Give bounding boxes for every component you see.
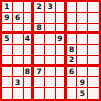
- sudoku-cell-r2c7[interactable]: [67, 13, 78, 24]
- cell-digit: 9: [57, 35, 62, 43]
- cell-digit: 5: [80, 90, 85, 98]
- sudoku-cell-r7c6[interactable]: [56, 67, 67, 78]
- sudoku-cell-r5c6[interactable]: [56, 45, 67, 56]
- sudoku-cell-r3c9[interactable]: [88, 24, 99, 35]
- cell-digit: 2: [69, 56, 74, 64]
- sudoku-cell-r2c5[interactable]: [45, 13, 56, 24]
- sudoku-cell-r1c8[interactable]: [77, 2, 88, 13]
- sudoku-cell-r4c3[interactable]: 4: [24, 34, 35, 45]
- sudoku-cell-r6c5[interactable]: [45, 56, 56, 67]
- sudoku-cell-r7c9[interactable]: [88, 67, 99, 78]
- sudoku-cell-r5c8[interactable]: [77, 45, 88, 56]
- sudoku-cell-r6c1[interactable]: [2, 56, 13, 67]
- sudoku-cell-r6c7[interactable]: 2: [67, 56, 78, 67]
- cell-digit: 2: [37, 3, 42, 11]
- sudoku-cell-r5c2[interactable]: [13, 45, 24, 56]
- cell-digit: 6: [15, 14, 20, 22]
- sudoku-cell-r7c7[interactable]: 6: [67, 67, 78, 78]
- sudoku-cell-r5c4[interactable]: [34, 45, 45, 56]
- sudoku-cell-r5c3[interactable]: [24, 45, 35, 56]
- sudoku-cell-r2c4[interactable]: [34, 13, 45, 24]
- sudoku-cell-r8c6[interactable]: [56, 77, 67, 88]
- sudoku-cell-r3c8[interactable]: [77, 24, 88, 35]
- sudoku-cell-r1c6[interactable]: [56, 2, 67, 13]
- sudoku-cell-r8c1[interactable]: [2, 77, 13, 88]
- sudoku-cell-r6c8[interactable]: [77, 56, 88, 67]
- sudoku-cell-r3c4[interactable]: 8: [34, 24, 45, 35]
- sudoku-cell-r9c1[interactable]: [2, 88, 13, 99]
- cell-digit: 7: [37, 68, 42, 76]
- sudoku-cell-r1c5[interactable]: 3: [45, 2, 56, 13]
- cell-digit: 1: [4, 3, 9, 11]
- sudoku-cell-r5c1[interactable]: [2, 45, 13, 56]
- sudoku-cell-r8c7[interactable]: [67, 77, 78, 88]
- sudoku-cell-r9c8[interactable]: 5: [77, 88, 88, 99]
- sudoku-cell-r8c2[interactable]: 3: [13, 77, 24, 88]
- cell-digit: 9: [4, 14, 9, 22]
- sudoku-cell-r7c1[interactable]: [2, 67, 13, 78]
- sudoku-cell-r2c6[interactable]: [56, 13, 67, 24]
- sudoku-cell-r7c8[interactable]: [77, 67, 88, 78]
- sudoku-cell-r1c3[interactable]: [24, 2, 35, 13]
- sudoku-cell-r6c2[interactable]: [13, 56, 24, 67]
- sudoku-cell-r2c2[interactable]: 6: [13, 13, 24, 24]
- sudoku-cell-r4c1[interactable]: 5: [2, 34, 13, 45]
- sudoku-cell-r7c5[interactable]: [45, 67, 56, 78]
- sudoku-cell-r7c4[interactable]: 7: [34, 67, 45, 78]
- sudoku-cell-r6c9[interactable]: [88, 56, 99, 67]
- sudoku-cell-r5c7[interactable]: 8: [67, 45, 78, 56]
- cell-digit: 9: [80, 79, 85, 87]
- sudoku-cell-r7c2[interactable]: [13, 67, 24, 78]
- sudoku-cell-r9c5[interactable]: [45, 88, 56, 99]
- cell-digit: 8: [69, 46, 74, 54]
- sudoku-cell-r1c9[interactable]: [88, 2, 99, 13]
- sudoku-cell-r9c6[interactable]: [56, 88, 67, 99]
- cell-digit: 4: [25, 35, 30, 43]
- sudoku-cell-r8c5[interactable]: [45, 77, 56, 88]
- sudoku-cell-r3c7[interactable]: [67, 24, 78, 35]
- sudoku-cell-r6c3[interactable]: [24, 56, 35, 67]
- sudoku-cell-r3c6[interactable]: [56, 24, 67, 35]
- sudoku-cell-r2c3[interactable]: [24, 13, 35, 24]
- sudoku-cell-r4c4[interactable]: [34, 34, 45, 45]
- sudoku-cell-r3c3[interactable]: [24, 24, 35, 35]
- cell-digit: 3: [15, 79, 20, 87]
- sudoku-cell-r9c2[interactable]: [13, 88, 24, 99]
- sudoku-cell-r8c8[interactable]: 9: [77, 77, 88, 88]
- sudoku-cell-r9c4[interactable]: [34, 88, 45, 99]
- sudoku-cell-r5c5[interactable]: [45, 45, 56, 56]
- sudoku-cell-r2c1[interactable]: 9: [2, 13, 13, 24]
- sudoku-cell-r3c5[interactable]: [45, 24, 56, 35]
- sudoku-cell-r6c4[interactable]: [34, 56, 45, 67]
- cell-digit: 3: [47, 3, 52, 11]
- sudoku-board: 12396854982876395: [0, 0, 101, 101]
- sudoku-cell-r9c3[interactable]: [24, 88, 35, 99]
- cell-digit: 5: [4, 35, 9, 43]
- sudoku-cell-r5c9[interactable]: [88, 45, 99, 56]
- sudoku-cell-r3c1[interactable]: [2, 24, 13, 35]
- sudoku-cell-r1c1[interactable]: 1: [2, 2, 13, 13]
- sudoku-cell-r3c2[interactable]: [13, 24, 24, 35]
- cell-digit: 6: [69, 68, 74, 76]
- sudoku-cell-r1c2[interactable]: [13, 2, 24, 13]
- sudoku-cell-r8c3[interactable]: [24, 77, 35, 88]
- sudoku-cell-r1c7[interactable]: [67, 2, 78, 13]
- sudoku-cell-r8c9[interactable]: [88, 77, 99, 88]
- sudoku-cell-r4c7[interactable]: [67, 34, 78, 45]
- sudoku-cell-r7c3[interactable]: 8: [24, 67, 35, 78]
- sudoku-cell-r4c5[interactable]: [45, 34, 56, 45]
- cell-digit: 8: [37, 24, 42, 32]
- sudoku-cell-r2c9[interactable]: [88, 13, 99, 24]
- sudoku-cell-r4c2[interactable]: [13, 34, 24, 45]
- sudoku-cell-r4c9[interactable]: [88, 34, 99, 45]
- sudoku-cell-r9c9[interactable]: [88, 88, 99, 99]
- sudoku-cell-r4c8[interactable]: [77, 34, 88, 45]
- sudoku-cell-r2c8[interactable]: [77, 13, 88, 24]
- sudoku-cell-r6c6[interactable]: [56, 56, 67, 67]
- sudoku-cell-r9c7[interactable]: [67, 88, 78, 99]
- sudoku-cell-r4c6[interactable]: 9: [56, 34, 67, 45]
- sudoku-cell-r8c4[interactable]: [34, 77, 45, 88]
- cell-digit: 8: [25, 68, 30, 76]
- sudoku-cell-r1c4[interactable]: 2: [34, 2, 45, 13]
